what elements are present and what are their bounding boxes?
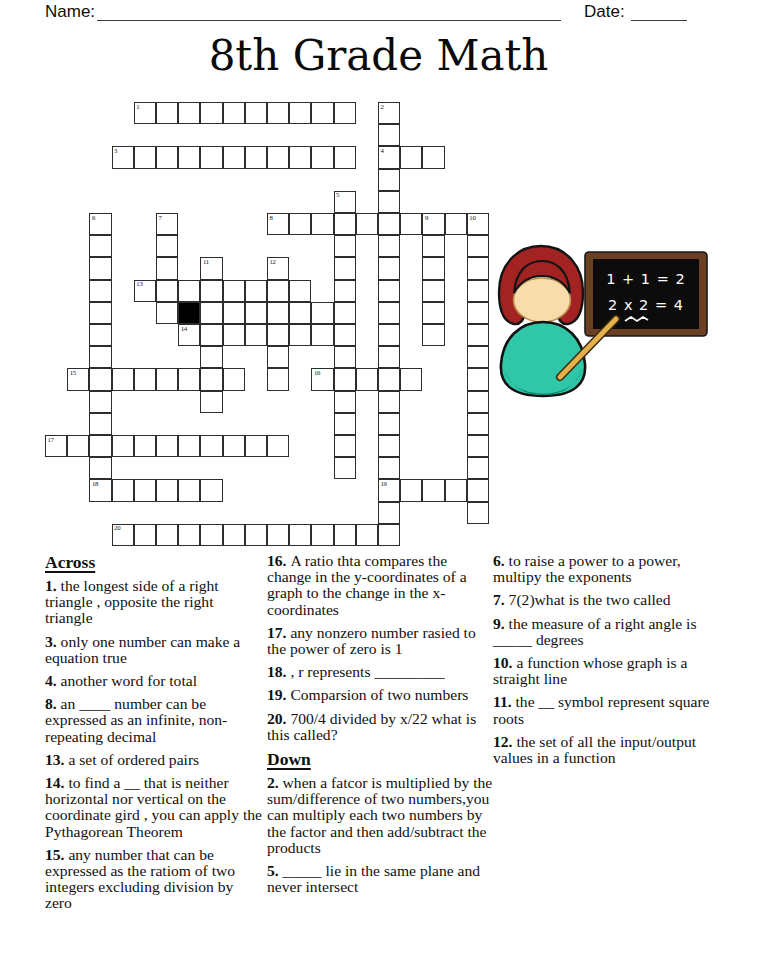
grid-cell[interactable] <box>400 479 422 501</box>
grid-cell[interactable] <box>289 146 311 168</box>
grid-cell[interactable] <box>334 346 356 368</box>
grid-clue-number: 11 <box>203 258 209 266</box>
grid-cell[interactable] <box>223 102 245 124</box>
grid-cell[interactable] <box>156 368 178 390</box>
grid-cell[interactable] <box>334 235 356 257</box>
clue-number: 13. <box>45 751 68 768</box>
clue-number: 12. <box>493 733 516 750</box>
chalk-equation-1: 1 + 1 = 2 <box>606 271 685 287</box>
grid-cell[interactable]: 10 <box>467 213 489 235</box>
grid-cell[interactable] <box>334 257 356 279</box>
clue-text: only one number can make a equation true <box>45 633 240 666</box>
grid-cell[interactable] <box>134 524 156 546</box>
clue-13: 13. a set of ordered pairs <box>45 752 264 768</box>
grid-cell[interactable] <box>178 368 200 390</box>
clue-text: Comparsion of two numbers <box>290 686 468 703</box>
grid-cell[interactable] <box>267 324 289 346</box>
grid-cell[interactable] <box>112 435 134 457</box>
grid-cell[interactable] <box>112 368 134 390</box>
grid-cell[interactable] <box>467 479 489 501</box>
grid-cell[interactable] <box>334 457 356 479</box>
grid-cell[interactable] <box>400 146 422 168</box>
grid-cell[interactable] <box>334 213 356 235</box>
grid-cell[interactable] <box>467 413 489 435</box>
grid-clue-number: 9 <box>425 214 428 222</box>
grid-cell[interactable]: 8 <box>267 213 289 235</box>
grid-cell[interactable] <box>89 280 111 302</box>
grid-cell[interactable] <box>267 280 289 302</box>
date-blank-line[interactable] <box>631 2 687 21</box>
clue-text: another word for total <box>61 672 197 689</box>
grid-cell[interactable] <box>267 368 289 390</box>
grid-cell[interactable] <box>289 102 311 124</box>
grid-cell[interactable] <box>378 213 400 235</box>
grid-cell[interactable]: 5 <box>334 191 356 213</box>
grid-clue-number: 14 <box>181 325 187 333</box>
grid-cell[interactable] <box>200 146 222 168</box>
grid-cell[interactable] <box>422 479 444 501</box>
grid-cell[interactable] <box>200 280 222 302</box>
grid-clue-number: 18 <box>92 480 98 488</box>
grid-cell[interactable] <box>134 435 156 457</box>
grid-cell[interactable] <box>200 391 222 413</box>
grid-clue-number: 12 <box>270 258 276 266</box>
clue-text: the set of all the input/output values i… <box>493 733 696 766</box>
grid-cell[interactable] <box>311 324 333 346</box>
grid-cell[interactable] <box>223 146 245 168</box>
clue-text: _____ lie in the same plane and never in… <box>267 862 480 895</box>
grid-cell[interactable] <box>467 302 489 324</box>
grid-cell[interactable]: 11 <box>200 257 222 279</box>
grid-cell[interactable] <box>334 324 356 346</box>
clue-number: 15. <box>45 846 68 863</box>
grid-cell[interactable] <box>156 524 178 546</box>
grid-cell[interactable] <box>311 524 333 546</box>
clue-number: 1. <box>45 577 61 594</box>
grid-cell[interactable] <box>467 280 489 302</box>
grid-cell[interactable] <box>134 479 156 501</box>
grid-cell[interactable] <box>223 524 245 546</box>
grid-cell[interactable] <box>89 457 111 479</box>
grid-cell[interactable] <box>223 280 245 302</box>
grid-cell[interactable] <box>378 524 400 546</box>
grid-cell[interactable] <box>156 280 178 302</box>
grid-cell[interactable] <box>178 280 200 302</box>
grid-cell[interactable]: 6 <box>89 213 111 235</box>
grid-cell[interactable]: 19 <box>378 479 400 501</box>
clue-11: 11. the __ symbol represent square roots <box>493 694 714 726</box>
clue-18: 18. , r represents _________ <box>267 664 495 680</box>
clue-5: 5. _____ lie in the same plane and never… <box>267 863 495 895</box>
grid-cell[interactable] <box>89 368 111 390</box>
grid-cell[interactable] <box>334 391 356 413</box>
grid-cell[interactable] <box>89 235 111 257</box>
grid-clue-number: 6 <box>92 214 95 222</box>
clue-text: A ratio thta compares the change in the … <box>267 552 467 618</box>
clue-15: 15. any number that can be expressed as … <box>45 847 264 912</box>
grid-clue-number: 8 <box>270 214 273 222</box>
grid-cell[interactable] <box>200 368 222 390</box>
grid-cell[interactable]: 13 <box>134 280 156 302</box>
grid-cell[interactable] <box>245 102 267 124</box>
grid-cell[interactable] <box>422 280 444 302</box>
grid-cell[interactable] <box>112 479 134 501</box>
grid-cell[interactable] <box>289 524 311 546</box>
grid-cell[interactable] <box>223 435 245 457</box>
clue-text: , r represents _________ <box>290 663 444 680</box>
clue-text: the __ symbol represent square roots <box>493 693 710 726</box>
teacher-face <box>514 278 571 322</box>
clue-text: a set of ordered pairs <box>68 751 199 768</box>
grid-clue-number: 5 <box>336 191 339 199</box>
grid-cell[interactable] <box>378 346 400 368</box>
grid-cell[interactable] <box>378 280 400 302</box>
grid-cell[interactable] <box>67 435 89 457</box>
clue-16: 16. A ratio thta compares the change in … <box>267 553 495 618</box>
worksheet-page: Name: Date: 8th Grade Math 1234567891011… <box>0 0 757 980</box>
grid-cell[interactable] <box>400 368 422 390</box>
grid-cell[interactable] <box>378 257 400 279</box>
grid-cell[interactable] <box>378 302 400 324</box>
down-heading: Down <box>267 750 495 769</box>
clue-7: 7. 7(2)what is the two called <box>493 592 714 608</box>
grid-cell[interactable] <box>378 124 400 146</box>
grid-cell[interactable] <box>178 102 200 124</box>
grid-clue-number: 7 <box>159 214 162 222</box>
grid-cell[interactable] <box>378 324 400 346</box>
grid-cell[interactable] <box>311 102 333 124</box>
clue-column-middle: 16. A ratio thta compares the change in … <box>267 553 495 902</box>
clue-number: 3. <box>45 633 61 650</box>
grid-cell[interactable] <box>378 368 400 390</box>
grid-cell[interactable] <box>378 457 400 479</box>
grid-cell[interactable]: 4 <box>378 146 400 168</box>
grid-clue-number: 1 <box>136 103 139 111</box>
crossword-grid: 1234567891011121314151617181920 <box>45 102 491 548</box>
page-title: 8th Grade Math <box>0 32 757 80</box>
grid-cell[interactable] <box>267 146 289 168</box>
grid-cell[interactable] <box>267 302 289 324</box>
grid-cell[interactable] <box>378 235 400 257</box>
grid-cell[interactable] <box>200 435 222 457</box>
grid-cell[interactable] <box>178 435 200 457</box>
grid-clue-number: 3 <box>114 147 117 155</box>
grid-clue-number: 15 <box>70 369 76 377</box>
clue-1: 1. the longest side of a right triangle … <box>45 578 264 627</box>
grid-cell[interactable] <box>223 302 245 324</box>
clue-number: 7. <box>493 591 509 608</box>
grid-cell[interactable] <box>156 479 178 501</box>
clue-text: to raise a power to a power, multipy the… <box>493 552 681 585</box>
grid-clue-number: 16 <box>314 369 320 377</box>
clue-10: 10. a function whose graph is a straight… <box>493 655 714 687</box>
grid-cell[interactable] <box>267 524 289 546</box>
grid-cell[interactable] <box>356 524 378 546</box>
grid-cell[interactable] <box>178 524 200 546</box>
clue-column-across: Across1. the longest side of a right tri… <box>45 553 264 919</box>
grid-cell[interactable] <box>156 302 178 324</box>
clue-6: 6. to raise a power to a power, multipy … <box>493 553 714 585</box>
grid-cell[interactable] <box>89 302 111 324</box>
grid-cell[interactable] <box>467 324 489 346</box>
grid-cell[interactable] <box>289 302 311 324</box>
clue-number: 17. <box>267 624 290 641</box>
teacher-clipart: 1 + 1 = 2 2 x 2 = 4 <box>489 236 715 408</box>
grid-cell[interactable] <box>334 435 356 457</box>
grid-cell[interactable]: 1 <box>134 102 156 124</box>
grid-cell[interactable] <box>267 435 289 457</box>
grid-cell[interactable] <box>467 457 489 479</box>
grid-cell[interactable] <box>422 257 444 279</box>
clue-text: any number that can be expressed as the … <box>45 846 235 912</box>
grid-cell[interactable] <box>89 413 111 435</box>
grid-cell[interactable] <box>89 324 111 346</box>
grid-cell[interactable] <box>245 524 267 546</box>
grid-cell[interactable] <box>267 346 289 368</box>
grid-cell[interactable] <box>178 479 200 501</box>
across-heading: Across <box>45 553 264 572</box>
grid-cell[interactable]: 14 <box>178 324 200 346</box>
grid-cell[interactable] <box>89 257 111 279</box>
clue-text: 700/4 divided by x/22 what is this calle… <box>267 710 476 743</box>
grid-cell[interactable] <box>223 368 245 390</box>
grid-cell[interactable] <box>156 257 178 279</box>
grid-cell[interactable] <box>334 280 356 302</box>
clue-text: when a fatcor is multiplied by the sum/d… <box>267 774 492 856</box>
clue-14: 14. to find a __ that is neither horizon… <box>45 775 264 840</box>
grid-cell[interactable]: 9 <box>422 213 444 235</box>
grid-clue-number: 4 <box>381 147 384 155</box>
grid-cell[interactable] <box>200 479 222 501</box>
grid-cell[interactable] <box>334 302 356 324</box>
grid-cell[interactable]: 2 <box>378 102 400 124</box>
grid-cell[interactable] <box>311 146 333 168</box>
grid-cell[interactable] <box>200 102 222 124</box>
grid-cell[interactable] <box>334 413 356 435</box>
grid-cell[interactable] <box>223 324 245 346</box>
grid-cell[interactable] <box>467 346 489 368</box>
grid-cell[interactable] <box>467 368 489 390</box>
grid-cell[interactable] <box>178 146 200 168</box>
grid-cell[interactable] <box>378 191 400 213</box>
clue-text: any nonzero number rasied to the power o… <box>267 624 476 657</box>
grid-cell[interactable] <box>467 502 489 524</box>
clue-number: 8. <box>45 695 61 712</box>
clue-4: 4. another word for total <box>45 673 264 689</box>
clue-number: 11. <box>493 693 516 710</box>
grid-cell[interactable] <box>156 235 178 257</box>
grid-cell[interactable] <box>467 391 489 413</box>
grid-cell[interactable] <box>134 368 156 390</box>
grid-cell[interactable] <box>400 213 422 235</box>
grid-cell[interactable] <box>134 146 156 168</box>
clue-number: 2. <box>267 774 283 791</box>
grid-cell[interactable] <box>311 213 333 235</box>
grid-cell[interactable]: 20 <box>112 524 134 546</box>
grid-cell[interactable] <box>289 213 311 235</box>
grid-cell[interactable] <box>422 146 444 168</box>
grid-cell[interactable] <box>378 391 400 413</box>
grid-cell[interactable] <box>89 346 111 368</box>
date-label: Date: <box>584 2 625 22</box>
grid-clue-number: 13 <box>136 280 142 288</box>
grid-cell[interactable] <box>334 146 356 168</box>
grid-cell[interactable] <box>334 368 356 390</box>
clue-number: 6. <box>493 552 509 569</box>
grid-cell[interactable] <box>200 346 222 368</box>
grid-cell[interactable] <box>156 146 178 168</box>
grid-cell[interactable]: 12 <box>267 257 289 279</box>
clue-number: 18. <box>267 663 290 680</box>
grid-cell[interactable] <box>267 102 289 124</box>
grid-cell[interactable] <box>356 368 378 390</box>
clue-17: 17. any nonzero number rasied to the pow… <box>267 625 495 657</box>
chalk-equation-2: 2 x 2 = 4 <box>608 297 684 313</box>
grid-cell[interactable] <box>289 324 311 346</box>
grid-cell[interactable] <box>156 435 178 457</box>
grid-cell[interactable] <box>156 102 178 124</box>
clue-number: 20. <box>267 710 290 727</box>
clue-text: the measure of a right angle is _____ de… <box>493 615 697 648</box>
grid-cell[interactable] <box>89 435 111 457</box>
name-label: Name: <box>45 2 95 22</box>
clue-number: 10. <box>493 654 516 671</box>
clue-text: a function whose graph is a straight lin… <box>493 654 687 687</box>
grid-cell[interactable]: 15 <box>67 368 89 390</box>
grid-cell-black <box>178 302 200 324</box>
blackboard: 1 + 1 = 2 2 x 2 = 4 <box>585 252 707 336</box>
grid-cell[interactable] <box>445 213 467 235</box>
clue-column-down: 6. to raise a power to a power, multipy … <box>493 553 714 773</box>
grid-cell[interactable] <box>422 324 444 346</box>
clue-number: 16. <box>267 552 290 569</box>
clue-number: 4. <box>45 672 61 689</box>
grid-clue-number: 10 <box>469 214 475 222</box>
grid-cell[interactable] <box>445 479 467 501</box>
grid-cell[interactable] <box>422 302 444 324</box>
grid-cell[interactable] <box>245 302 267 324</box>
grid-cell[interactable] <box>245 280 267 302</box>
clue-number: 14. <box>45 774 68 791</box>
grid-cell[interactable] <box>378 413 400 435</box>
grid-cell[interactable]: 18 <box>89 479 111 501</box>
grid-cell[interactable] <box>378 435 400 457</box>
clue-text: to find a __ that is neither horizontal … <box>45 774 262 840</box>
grid-cell[interactable] <box>89 391 111 413</box>
clue-text: 7(2)what is the two called <box>509 591 671 608</box>
clue-text: the longest side of a right triangle , o… <box>45 577 219 626</box>
clue-number: 5. <box>267 862 283 879</box>
grid-cell[interactable] <box>200 524 222 546</box>
grid-cell[interactable] <box>378 169 400 191</box>
clue-number: 9. <box>493 615 509 632</box>
grid-cell[interactable] <box>356 213 378 235</box>
grid-cell[interactable]: 16 <box>311 368 333 390</box>
clue-19: 19. Comparsion of two numbers <box>267 687 495 703</box>
grid-cell[interactable] <box>467 235 489 257</box>
clue-12: 12. the set of all the input/output valu… <box>493 734 714 766</box>
grid-cell[interactable] <box>467 435 489 457</box>
grid-cell[interactable] <box>378 502 400 524</box>
clue-9: 9. the measure of a right angle is _____… <box>493 616 714 648</box>
grid-clue-number: 17 <box>48 436 54 444</box>
grid-clue-number: 20 <box>114 524 120 532</box>
grid-cell[interactable]: 3 <box>112 146 134 168</box>
clue-text: an ____ number can be expressed as an in… <box>45 695 227 744</box>
grid-cell[interactable] <box>200 302 222 324</box>
grid-cell[interactable]: 7 <box>156 213 178 235</box>
clue-8: 8. an ____ number can be expressed as an… <box>45 696 264 745</box>
grid-cell[interactable] <box>289 280 311 302</box>
clue-20: 20. 700/4 divided by x/22 what is this c… <box>267 711 495 743</box>
clue-3: 3. only one number can make a equation t… <box>45 634 264 666</box>
clue-number: 19. <box>267 686 290 703</box>
grid-cell[interactable] <box>245 435 267 457</box>
clue-2: 2. when a fatcor is multiplied by the su… <box>267 775 495 856</box>
grid-cell[interactable] <box>200 324 222 346</box>
grid-cell[interactable] <box>334 102 356 124</box>
grid-cell[interactable] <box>467 257 489 279</box>
grid-cell[interactable] <box>334 524 356 546</box>
grid-cell[interactable] <box>245 146 267 168</box>
grid-cell[interactable]: 17 <box>45 435 67 457</box>
name-blank-line[interactable] <box>97 2 561 21</box>
grid-clue-number: 19 <box>381 480 387 488</box>
grid-cell[interactable] <box>311 302 333 324</box>
grid-cell[interactable] <box>245 324 267 346</box>
grid-cell[interactable] <box>422 235 444 257</box>
grid-clue-number: 2 <box>381 103 384 111</box>
